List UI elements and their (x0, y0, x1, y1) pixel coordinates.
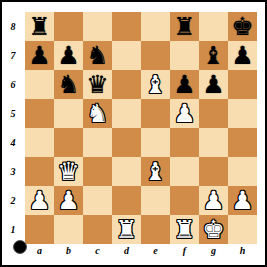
piece-white-queen: ♛ (57, 157, 79, 186)
piece-white-pawn: ♟ (202, 186, 224, 215)
square-a1[interactable] (25, 215, 54, 244)
chess-board: ♜♜♚♟♟♞♝♟♞♛♝♟♟♞♟♛♝♟♟♟♟♜♜♚ (25, 12, 257, 244)
piece-white-rook: ♜ (115, 215, 137, 244)
file-label-f: f (170, 243, 199, 257)
square-f7[interactable] (170, 41, 199, 70)
square-b2[interactable]: ♟ (54, 186, 83, 215)
square-b1[interactable] (54, 215, 83, 244)
square-d5[interactable] (112, 99, 141, 128)
file-label-d: d (112, 243, 141, 257)
square-d3[interactable] (112, 157, 141, 186)
rank-label-6: 6 (4, 70, 22, 99)
square-e4[interactable] (141, 128, 170, 157)
square-f3[interactable] (170, 157, 199, 186)
square-h2[interactable]: ♟ (228, 186, 257, 215)
square-d4[interactable] (112, 128, 141, 157)
square-f2[interactable] (170, 186, 199, 215)
piece-black-pawn: ♟ (28, 41, 50, 70)
square-b6[interactable]: ♞ (54, 70, 83, 99)
piece-white-bishop: ♝ (144, 70, 166, 99)
rank-label-5: 5 (4, 99, 22, 128)
square-a8[interactable]: ♜ (25, 12, 54, 41)
piece-black-pawn: ♟ (57, 41, 79, 70)
file-label-h: h (228, 243, 257, 257)
square-e2[interactable] (141, 186, 170, 215)
square-g3[interactable] (199, 157, 228, 186)
rank-label-4: 4 (4, 128, 22, 157)
square-g8[interactable] (199, 12, 228, 41)
piece-black-king: ♚ (231, 12, 253, 41)
square-a7[interactable]: ♟ (25, 41, 54, 70)
black-to-move-indicator (13, 240, 27, 254)
square-c4[interactable] (83, 128, 112, 157)
square-c5[interactable]: ♞ (83, 99, 112, 128)
square-a6[interactable] (25, 70, 54, 99)
square-d2[interactable] (112, 186, 141, 215)
rank-label-2: 2 (4, 186, 22, 215)
piece-black-rook: ♜ (173, 12, 195, 41)
rank-label-3: 3 (4, 157, 22, 186)
square-a3[interactable] (25, 157, 54, 186)
piece-black-knight: ♞ (86, 41, 108, 70)
square-b7[interactable]: ♟ (54, 41, 83, 70)
piece-black-knight: ♞ (57, 70, 79, 99)
square-d6[interactable] (112, 70, 141, 99)
square-d1[interactable]: ♜ (112, 215, 141, 244)
file-label-e: e (141, 243, 170, 257)
square-c7[interactable]: ♞ (83, 41, 112, 70)
square-b3[interactable]: ♛ (54, 157, 83, 186)
square-g7[interactable]: ♝ (199, 41, 228, 70)
piece-black-bishop: ♝ (202, 41, 224, 70)
file-label-c: c (83, 243, 112, 257)
file-label-a: a (25, 243, 54, 257)
square-e6[interactable]: ♝ (141, 70, 170, 99)
chess-diagram: ♜♜♚♟♟♞♝♟♞♛♝♟♟♞♟♛♝♟♟♟♟♜♜♚ 87654321abcdefg… (0, 0, 267, 267)
square-c3[interactable] (83, 157, 112, 186)
square-e7[interactable] (141, 41, 170, 70)
square-g6[interactable]: ♟ (199, 70, 228, 99)
square-e5[interactable] (141, 99, 170, 128)
square-f5[interactable]: ♟ (170, 99, 199, 128)
square-e1[interactable] (141, 215, 170, 244)
piece-white-king: ♚ (202, 215, 224, 244)
piece-black-queen: ♛ (86, 70, 108, 99)
square-h1[interactable] (228, 215, 257, 244)
square-e8[interactable] (141, 12, 170, 41)
rank-label-8: 8 (4, 12, 22, 41)
square-h3[interactable] (228, 157, 257, 186)
square-g4[interactable] (199, 128, 228, 157)
square-h4[interactable] (228, 128, 257, 157)
square-e3[interactable]: ♝ (141, 157, 170, 186)
square-h5[interactable] (228, 99, 257, 128)
piece-black-rook: ♜ (28, 12, 50, 41)
piece-black-pawn: ♟ (231, 41, 253, 70)
piece-black-pawn: ♟ (202, 70, 224, 99)
square-c2[interactable] (83, 186, 112, 215)
square-b5[interactable] (54, 99, 83, 128)
square-f4[interactable] (170, 128, 199, 157)
piece-white-pawn: ♟ (28, 186, 50, 215)
square-d7[interactable] (112, 41, 141, 70)
piece-white-rook: ♜ (173, 215, 195, 244)
piece-white-pawn: ♟ (57, 186, 79, 215)
piece-white-pawn: ♟ (231, 186, 253, 215)
square-f8[interactable]: ♜ (170, 12, 199, 41)
piece-white-pawn: ♟ (173, 99, 195, 128)
square-a4[interactable] (25, 128, 54, 157)
square-f6[interactable]: ♟ (170, 70, 199, 99)
square-d8[interactable] (112, 12, 141, 41)
square-g1[interactable]: ♚ (199, 215, 228, 244)
square-f1[interactable]: ♜ (170, 215, 199, 244)
piece-black-pawn: ♟ (173, 70, 195, 99)
file-label-b: b (54, 243, 83, 257)
square-b8[interactable] (54, 12, 83, 41)
square-h7[interactable]: ♟ (228, 41, 257, 70)
square-b4[interactable] (54, 128, 83, 157)
square-h8[interactable]: ♚ (228, 12, 257, 41)
square-c1[interactable] (83, 215, 112, 244)
rank-label-7: 7 (4, 41, 22, 70)
square-a5[interactable] (25, 99, 54, 128)
square-g2[interactable]: ♟ (199, 186, 228, 215)
square-c6[interactable]: ♛ (83, 70, 112, 99)
piece-white-bishop: ♝ (144, 157, 166, 186)
file-label-g: g (199, 243, 228, 257)
square-a2[interactable]: ♟ (25, 186, 54, 215)
piece-white-knight: ♞ (86, 99, 108, 128)
square-h6[interactable] (228, 70, 257, 99)
square-g5[interactable] (199, 99, 228, 128)
square-c8[interactable] (83, 12, 112, 41)
